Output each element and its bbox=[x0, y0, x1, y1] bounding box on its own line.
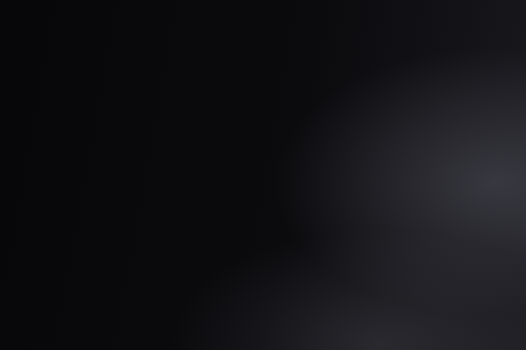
photo-scene: Antique folding pocket chess set, open o… bbox=[0, 0, 526, 350]
chess-box-graphic bbox=[0, 0, 526, 350]
